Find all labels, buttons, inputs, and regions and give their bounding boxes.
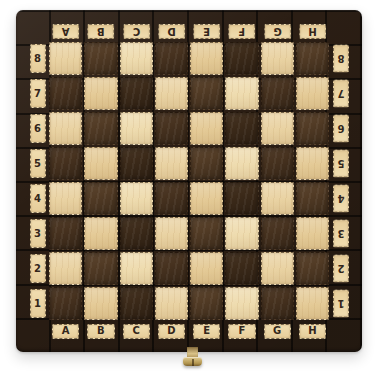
product-photo: ABCDEFGH8877665544332211ABCDEFGH — [0, 0, 376, 385]
square-h8[interactable] — [296, 42, 329, 75]
file-label-bottom-d: D — [158, 324, 185, 339]
square-a2[interactable] — [49, 252, 82, 285]
frame-corner-bottom-right — [331, 322, 350, 340]
square-b6[interactable] — [84, 112, 117, 145]
file-label-bottom-b: B — [87, 324, 114, 339]
square-b8[interactable] — [84, 42, 117, 75]
board-grid: ABCDEFGH8877665544332211ABCDEFGH — [28, 22, 350, 340]
square-d2[interactable] — [155, 252, 188, 285]
rank-label-left-8-cell: 8 — [28, 42, 47, 75]
rank-label-right-8-cell: 8 — [331, 42, 350, 75]
square-a8[interactable] — [49, 42, 82, 75]
rank-label-left-2: 2 — [30, 254, 46, 282]
rank-label-right-4: 4 — [333, 184, 349, 212]
file-label-top-g-cell: G — [261, 22, 294, 40]
clasp-notch — [192, 359, 194, 366]
square-h7[interactable] — [296, 77, 329, 110]
square-d8[interactable] — [155, 42, 188, 75]
rank-label-left-6: 6 — [30, 114, 46, 142]
file-label-bottom-f-cell: F — [225, 322, 258, 340]
file-label-bottom-d-cell: D — [155, 322, 188, 340]
file-label-bottom-f: F — [228, 324, 255, 339]
rank-label-right-7-cell: 7 — [331, 77, 350, 110]
rank-label-left-4: 4 — [30, 184, 46, 212]
square-e1[interactable] — [190, 287, 223, 320]
file-label-top-h: H — [299, 24, 326, 39]
rank-label-right-5: 5 — [333, 149, 349, 177]
frame-corner-top-left — [28, 22, 47, 40]
rank-label-left-5: 5 — [30, 149, 46, 177]
file-label-top-a: A — [52, 24, 79, 39]
square-e2[interactable] — [190, 252, 223, 285]
rank-label-right-2-cell: 2 — [331, 252, 350, 285]
square-g1[interactable] — [261, 287, 294, 320]
rank-label-right-1-cell: 1 — [331, 287, 350, 320]
square-c3[interactable] — [120, 217, 153, 250]
square-b3[interactable] — [84, 217, 117, 250]
file-label-top-f: F — [228, 24, 255, 39]
square-e4[interactable] — [190, 182, 223, 215]
square-f2[interactable] — [225, 252, 258, 285]
file-label-top-c-cell: C — [120, 22, 153, 40]
square-c8[interactable] — [120, 42, 153, 75]
file-label-top-b: B — [87, 24, 114, 39]
file-label-top-h-cell: H — [296, 22, 329, 40]
file-label-bottom-h: H — [299, 324, 326, 339]
square-h3[interactable] — [296, 217, 329, 250]
square-h4[interactable] — [296, 182, 329, 215]
rank-label-right-8: 8 — [333, 44, 349, 72]
square-d1[interactable] — [155, 287, 188, 320]
square-c2[interactable] — [120, 252, 153, 285]
square-e3[interactable] — [190, 217, 223, 250]
file-label-top-b-cell: B — [84, 22, 117, 40]
rank-label-right-7: 7 — [333, 79, 349, 107]
square-d7[interactable] — [155, 77, 188, 110]
square-c7[interactable] — [120, 77, 153, 110]
file-label-top-a-cell: A — [49, 22, 82, 40]
square-a4[interactable] — [49, 182, 82, 215]
file-label-top-f-cell: F — [225, 22, 258, 40]
file-label-top-c: C — [123, 24, 150, 39]
square-a3[interactable] — [49, 217, 82, 250]
square-h1[interactable] — [296, 287, 329, 320]
file-label-bottom-g: G — [264, 324, 291, 339]
file-label-bottom-g-cell: G — [261, 322, 294, 340]
square-b1[interactable] — [84, 287, 117, 320]
square-g7[interactable] — [261, 77, 294, 110]
square-g4[interactable] — [261, 182, 294, 215]
rank-label-right-3: 3 — [333, 219, 349, 247]
square-h2[interactable] — [296, 252, 329, 285]
square-h6[interactable] — [296, 112, 329, 145]
square-b4[interactable] — [84, 182, 117, 215]
file-label-bottom-b-cell: B — [84, 322, 117, 340]
rank-label-left-7: 7 — [30, 79, 46, 107]
rank-label-right-4-cell: 4 — [331, 182, 350, 215]
square-e6[interactable] — [190, 112, 223, 145]
brass-clasp — [183, 347, 202, 368]
file-label-bottom-h-cell: H — [296, 322, 329, 340]
square-g8[interactable] — [261, 42, 294, 75]
square-d5[interactable] — [155, 147, 188, 180]
rank-label-right-6-cell: 6 — [331, 112, 350, 145]
file-label-bottom-c: C — [123, 324, 150, 339]
square-a7[interactable] — [49, 77, 82, 110]
square-d6[interactable] — [155, 112, 188, 145]
rank-label-right-6: 6 — [333, 114, 349, 142]
rank-label-left-4-cell: 4 — [28, 182, 47, 215]
frame-corner-bottom-left — [28, 322, 47, 340]
file-label-bottom-e: E — [193, 324, 220, 339]
square-f4[interactable] — [225, 182, 258, 215]
square-c1[interactable] — [120, 287, 153, 320]
file-label-bottom-a: A — [52, 324, 79, 339]
rank-label-right-1: 1 — [333, 289, 349, 317]
square-f8[interactable] — [225, 42, 258, 75]
square-g5[interactable] — [261, 147, 294, 180]
rank-label-left-6-cell: 6 — [28, 112, 47, 145]
square-b2[interactable] — [84, 252, 117, 285]
square-f1[interactable] — [225, 287, 258, 320]
file-label-top-e: E — [193, 24, 220, 39]
square-e5[interactable] — [190, 147, 223, 180]
rank-label-left-7-cell: 7 — [28, 77, 47, 110]
square-a1[interactable] — [49, 287, 82, 320]
file-label-bottom-a-cell: A — [49, 322, 82, 340]
file-label-bottom-e-cell: E — [190, 322, 223, 340]
square-g3[interactable] — [261, 217, 294, 250]
square-f6[interactable] — [225, 112, 258, 145]
rank-label-left-2-cell: 2 — [28, 252, 47, 285]
square-b7[interactable] — [84, 77, 117, 110]
rank-label-left-8: 8 — [30, 44, 46, 72]
rank-label-left-3: 3 — [30, 219, 46, 247]
square-f7[interactable] — [225, 77, 258, 110]
square-c4[interactable] — [120, 182, 153, 215]
rank-label-left-1: 1 — [30, 289, 46, 317]
square-f5[interactable] — [225, 147, 258, 180]
file-label-top-d: D — [158, 24, 185, 39]
square-d4[interactable] — [155, 182, 188, 215]
file-label-top-d-cell: D — [155, 22, 188, 40]
square-g6[interactable] — [261, 112, 294, 145]
file-label-top-e-cell: E — [190, 22, 223, 40]
square-c6[interactable] — [120, 112, 153, 145]
square-h5[interactable] — [296, 147, 329, 180]
rank-label-right-3-cell: 3 — [331, 217, 350, 250]
square-g2[interactable] — [261, 252, 294, 285]
file-label-bottom-c-cell: C — [120, 322, 153, 340]
file-label-top-g: G — [264, 24, 291, 39]
square-e7[interactable] — [190, 77, 223, 110]
square-c5[interactable] — [120, 147, 153, 180]
square-a6[interactable] — [49, 112, 82, 145]
square-f3[interactable] — [225, 217, 258, 250]
rank-label-left-1-cell: 1 — [28, 287, 47, 320]
square-b5[interactable] — [84, 147, 117, 180]
rank-label-left-3-cell: 3 — [28, 217, 47, 250]
square-e8[interactable] — [190, 42, 223, 75]
chess-board: ABCDEFGH8877665544332211ABCDEFGH — [16, 10, 362, 352]
frame-corner-top-right — [331, 22, 350, 40]
rank-label-left-5-cell: 5 — [28, 147, 47, 180]
square-d3[interactable] — [155, 217, 188, 250]
square-a5[interactable] — [49, 147, 82, 180]
rank-label-right-2: 2 — [333, 254, 349, 282]
rank-label-right-5-cell: 5 — [331, 147, 350, 180]
